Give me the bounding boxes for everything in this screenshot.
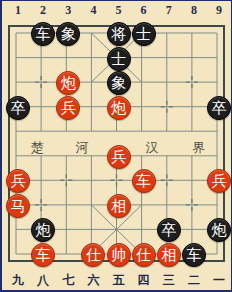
- river-char-2: 汉: [144, 141, 160, 155]
- piece-black-general[interactable]: 将: [107, 22, 131, 46]
- top-file-label-2: 2: [34, 3, 52, 17]
- piece-red-elephant[interactable]: 相: [157, 243, 181, 267]
- piece-red-horse[interactable]: 马: [6, 194, 30, 218]
- piece-red-general[interactable]: 帅: [107, 243, 131, 267]
- piece-black-elephant[interactable]: 象: [107, 71, 131, 95]
- bottom-file-label-4: 六: [84, 273, 102, 287]
- bottom-file-label-8: 二: [185, 273, 203, 287]
- top-file-label-6: 6: [135, 3, 153, 17]
- piece-red-chariot[interactable]: 车: [132, 169, 156, 193]
- piece-red-elephant[interactable]: 相: [107, 194, 131, 218]
- bottom-file-label-5: 五: [110, 273, 128, 287]
- bottom-file-label-7: 三: [160, 273, 178, 287]
- bottom-file-label-1: 九: [9, 273, 27, 287]
- piece-red-advisor[interactable]: 仕: [132, 243, 156, 267]
- bottom-file-label-2: 八: [34, 273, 52, 287]
- top-file-label-3: 3: [59, 3, 77, 17]
- top-file-label-5: 5: [110, 3, 128, 17]
- piece-black-soldier[interactable]: 卒: [6, 96, 30, 120]
- piece-black-soldier[interactable]: 卒: [207, 96, 231, 120]
- top-file-label-7: 7: [160, 3, 178, 17]
- top-file-label-8: 8: [185, 3, 203, 17]
- bottom-file-label-3: 七: [59, 273, 77, 287]
- xiangqi-board-app: 123456789 楚河汉界 车象将士士炮象卒兵炮卒兵兵车兵马相炮卒炮车仕帅仕相…: [0, 0, 232, 292]
- river-char-1: 河: [74, 141, 90, 155]
- piece-black-chariot[interactable]: 车: [31, 22, 55, 46]
- top-file-label-1: 1: [9, 3, 27, 17]
- piece-black-advisor[interactable]: 士: [132, 22, 156, 46]
- piece-black-advisor[interactable]: 士: [107, 47, 131, 71]
- bottom-file-label-6: 四: [135, 273, 153, 287]
- piece-red-chariot[interactable]: 车: [31, 243, 55, 267]
- piece-black-chariot[interactable]: 车: [182, 243, 206, 267]
- piece-red-soldier[interactable]: 兵: [56, 96, 80, 120]
- top-file-label-4: 4: [84, 3, 102, 17]
- river-char-0: 楚: [29, 141, 45, 155]
- top-file-label-9: 9: [210, 3, 228, 17]
- bottom-file-label-9: 一: [210, 273, 228, 287]
- river-char-3: 界: [191, 141, 207, 155]
- piece-red-soldier[interactable]: 兵: [107, 145, 131, 169]
- piece-red-cannon[interactable]: 炮: [107, 96, 131, 120]
